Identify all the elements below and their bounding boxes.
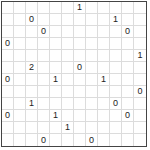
empty-cell-r10c11[interactable]: [134, 122, 146, 134]
empty-cell-r3c9[interactable]: [110, 38, 122, 50]
clue-cell-r5c6: 0: [74, 62, 86, 74]
empty-cell-r6c7[interactable]: [86, 74, 98, 86]
empty-cell-r1c5[interactable]: [62, 14, 74, 26]
empty-cell-r6c2[interactable]: [26, 74, 38, 86]
empty-cell-r6c1[interactable]: [14, 74, 26, 86]
empty-cell-r0c8[interactable]: [98, 2, 110, 14]
empty-cell-r11c9[interactable]: [110, 134, 122, 146]
empty-cell-r7c8[interactable]: [98, 86, 110, 98]
empty-cell-r3c4[interactable]: [50, 38, 62, 50]
empty-cell-r9c9[interactable]: [110, 110, 122, 122]
empty-cell-r3c8[interactable]: [98, 38, 110, 50]
empty-cell-r9c3[interactable]: [38, 110, 50, 122]
empty-cell-r6c10[interactable]: [122, 74, 134, 86]
empty-cell-r2c4[interactable]: [50, 26, 62, 38]
empty-cell-r5c10[interactable]: [122, 62, 134, 74]
clue-cell-r0c6: 1: [74, 2, 86, 14]
empty-cell-r4c4[interactable]: [50, 50, 62, 62]
clue-cell-r8c2: 1: [26, 98, 38, 110]
empty-cell-r4c5[interactable]: [62, 50, 74, 62]
empty-cell-r9c1[interactable]: [14, 110, 26, 122]
empty-cell-r10c4[interactable]: [50, 122, 62, 134]
empty-cell-r5c7[interactable]: [86, 62, 98, 74]
empty-cell-r7c0[interactable]: [2, 86, 14, 98]
empty-cell-r4c8[interactable]: [98, 50, 110, 62]
empty-cell-r2c5[interactable]: [62, 26, 74, 38]
empty-cell-r2c0[interactable]: [2, 26, 14, 38]
empty-cell-r7c3[interactable]: [38, 86, 50, 98]
empty-cell-r3c3[interactable]: [38, 38, 50, 50]
empty-cell-r10c9[interactable]: [110, 122, 122, 134]
empty-cell-r6c6[interactable]: [74, 74, 86, 86]
empty-cell-r5c3[interactable]: [38, 62, 50, 74]
empty-cell-r8c0[interactable]: [2, 98, 14, 110]
empty-cell-r7c5[interactable]: [62, 86, 74, 98]
empty-cell-r11c0[interactable]: [2, 134, 14, 146]
empty-cell-r6c5[interactable]: [62, 74, 74, 86]
empty-cell-r11c11[interactable]: [134, 134, 146, 146]
empty-cell-r6c3[interactable]: [38, 74, 50, 86]
empty-cell-r9c2[interactable]: [26, 110, 38, 122]
empty-cell-r1c1[interactable]: [14, 14, 26, 26]
empty-cell-r11c4[interactable]: [50, 134, 62, 146]
clue-cell-r6c0: 0: [2, 74, 14, 86]
empty-cell-r10c6[interactable]: [74, 122, 86, 134]
empty-cell-r9c11[interactable]: [134, 110, 146, 122]
empty-cell-r10c0[interactable]: [2, 122, 14, 134]
empty-cell-r7c6[interactable]: [74, 86, 86, 98]
clue-cell-r9c0: 0: [2, 110, 14, 122]
empty-cell-r1c8[interactable]: [98, 14, 110, 26]
empty-cell-r7c2[interactable]: [26, 86, 38, 98]
clue-cell-r10c5: 1: [62, 122, 74, 134]
clue-cell-r8c9: 0: [110, 98, 122, 110]
empty-cell-r10c2[interactable]: [26, 122, 38, 134]
puzzle-page: 101000120011010010100: [0, 0, 150, 150]
empty-cell-r4c0[interactable]: [2, 50, 14, 62]
empty-cell-r0c9[interactable]: [110, 2, 122, 14]
empty-cell-r4c3[interactable]: [38, 50, 50, 62]
empty-cell-r4c9[interactable]: [110, 50, 122, 62]
empty-cell-r10c8[interactable]: [98, 122, 110, 134]
empty-cell-r7c4[interactable]: [50, 86, 62, 98]
clue-cell-r11c7: 0: [86, 134, 98, 146]
empty-cell-r10c1[interactable]: [14, 122, 26, 134]
empty-cell-r2c11[interactable]: [134, 26, 146, 38]
empty-cell-r7c1[interactable]: [14, 86, 26, 98]
clue-cell-r7c11: 0: [134, 86, 146, 98]
empty-cell-r8c8[interactable]: [98, 98, 110, 110]
empty-cell-r11c1[interactable]: [14, 134, 26, 146]
empty-cell-r0c11[interactable]: [134, 2, 146, 14]
empty-cell-r9c6[interactable]: [74, 110, 86, 122]
empty-cell-r2c7[interactable]: [86, 26, 98, 38]
empty-cell-r8c6[interactable]: [74, 98, 86, 110]
clue-cell-r5c2: 2: [26, 62, 38, 74]
empty-cell-r3c6[interactable]: [74, 38, 86, 50]
clue-cell-r11c3: 0: [38, 134, 50, 146]
clue-cell-r1c9: 1: [110, 14, 122, 26]
empty-cell-r0c7[interactable]: [86, 2, 98, 14]
empty-cell-r6c11[interactable]: [134, 74, 146, 86]
empty-cell-r2c2[interactable]: [26, 26, 38, 38]
clue-cell-r2c10: 0: [122, 26, 134, 38]
empty-cell-r1c11[interactable]: [134, 14, 146, 26]
empty-cell-r8c4[interactable]: [50, 98, 62, 110]
empty-cell-r8c5[interactable]: [62, 98, 74, 110]
clue-cell-r2c3: 0: [38, 26, 50, 38]
minesweeper-board: 101000120011010010100: [1, 1, 147, 147]
empty-cell-r2c6[interactable]: [74, 26, 86, 38]
clue-cell-r9c10: 0: [122, 110, 134, 122]
empty-cell-r8c1[interactable]: [14, 98, 26, 110]
empty-cell-r11c8[interactable]: [98, 134, 110, 146]
clue-cell-r4c11: 1: [134, 50, 146, 62]
empty-cell-r11c10[interactable]: [122, 134, 134, 146]
empty-cell-r10c10[interactable]: [122, 122, 134, 134]
empty-cell-r1c7[interactable]: [86, 14, 98, 26]
empty-cell-r7c10[interactable]: [122, 86, 134, 98]
empty-cell-r7c7[interactable]: [86, 86, 98, 98]
empty-cell-r0c4[interactable]: [50, 2, 62, 14]
empty-cell-r3c1[interactable]: [14, 38, 26, 50]
empty-cell-r1c6[interactable]: [74, 14, 86, 26]
clue-cell-r9c4: 1: [50, 110, 62, 122]
empty-cell-r4c6[interactable]: [74, 50, 86, 62]
empty-cell-r5c5[interactable]: [62, 62, 74, 74]
empty-cell-r4c2[interactable]: [26, 50, 38, 62]
empty-cell-r1c10[interactable]: [122, 14, 134, 26]
empty-cell-r3c10[interactable]: [122, 38, 134, 50]
empty-cell-r2c8[interactable]: [98, 26, 110, 38]
empty-cell-r8c3[interactable]: [38, 98, 50, 110]
empty-cell-r11c2[interactable]: [26, 134, 38, 146]
empty-cell-r0c1[interactable]: [14, 2, 26, 14]
empty-cell-r1c0[interactable]: [2, 14, 14, 26]
clue-cell-r1c2: 0: [26, 14, 38, 26]
empty-cell-r1c4[interactable]: [50, 14, 62, 26]
empty-cell-r2c1[interactable]: [14, 26, 26, 38]
empty-cell-r4c7[interactable]: [86, 50, 98, 62]
empty-cell-r3c7[interactable]: [86, 38, 98, 50]
empty-cell-r8c11[interactable]: [134, 98, 146, 110]
empty-cell-r0c2[interactable]: [26, 2, 38, 14]
empty-cell-r4c10[interactable]: [122, 50, 134, 62]
empty-cell-r11c5[interactable]: [62, 134, 74, 146]
empty-cell-r9c7[interactable]: [86, 110, 98, 122]
empty-cell-r2c9[interactable]: [110, 26, 122, 38]
empty-cell-r9c5[interactable]: [62, 110, 74, 122]
empty-cell-r0c10[interactable]: [122, 2, 134, 14]
empty-cell-r5c1[interactable]: [14, 62, 26, 74]
empty-cell-r3c11[interactable]: [134, 38, 146, 50]
clue-cell-r6c8: 1: [98, 74, 110, 86]
clue-cell-r6c4: 1: [50, 74, 62, 86]
empty-cell-r1c3[interactable]: [38, 14, 50, 26]
empty-cell-r0c3[interactable]: [38, 2, 50, 14]
empty-cell-r6c9[interactable]: [110, 74, 122, 86]
empty-cell-r3c5[interactable]: [62, 38, 74, 50]
empty-cell-r11c6[interactable]: [74, 134, 86, 146]
empty-cell-r5c8[interactable]: [98, 62, 110, 74]
empty-cell-r5c0[interactable]: [2, 62, 14, 74]
empty-cell-r10c7[interactable]: [86, 122, 98, 134]
empty-cell-r5c11[interactable]: [134, 62, 146, 74]
empty-cell-r7c9[interactable]: [110, 86, 122, 98]
empty-cell-r0c0[interactable]: [2, 2, 14, 14]
empty-cell-r4c1[interactable]: [14, 50, 26, 62]
empty-cell-r10c3[interactable]: [38, 122, 50, 134]
empty-cell-r5c9[interactable]: [110, 62, 122, 74]
empty-cell-r9c8[interactable]: [98, 110, 110, 122]
empty-cell-r5c4[interactable]: [50, 62, 62, 74]
clue-cell-r3c0: 0: [2, 38, 14, 50]
empty-cell-r0c5[interactable]: [62, 2, 74, 14]
empty-cell-r8c7[interactable]: [86, 98, 98, 110]
empty-cell-r3c2[interactable]: [26, 38, 38, 50]
empty-cell-r8c10[interactable]: [122, 98, 134, 110]
